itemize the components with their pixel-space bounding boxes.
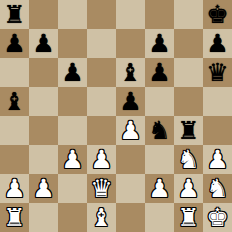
black-rook-icon: ♜ bbox=[174, 116, 203, 145]
white-pawn-icon: ♟ bbox=[0, 174, 29, 203]
white-pawn-icon: ♟ bbox=[145, 174, 174, 203]
square-d8[interactable] bbox=[87, 0, 116, 29]
white-pawn-icon: ♟ bbox=[174, 174, 203, 203]
square-c1[interactable] bbox=[58, 203, 87, 232]
white-pawn-icon: ♟ bbox=[203, 145, 232, 174]
square-f3[interactable] bbox=[145, 145, 174, 174]
square-a5[interactable]: ♝ bbox=[0, 87, 29, 116]
square-a1[interactable]: ♜ bbox=[0, 203, 29, 232]
black-rook-icon: ♜ bbox=[0, 0, 29, 29]
square-f7[interactable]: ♟ bbox=[145, 29, 174, 58]
square-e4[interactable]: ♟ bbox=[116, 116, 145, 145]
square-f1[interactable] bbox=[145, 203, 174, 232]
square-d3[interactable]: ♟ bbox=[87, 145, 116, 174]
square-f2[interactable]: ♟ bbox=[145, 174, 174, 203]
square-h6[interactable]: ♛ bbox=[203, 58, 232, 87]
square-c3[interactable]: ♟ bbox=[58, 145, 87, 174]
square-e2[interactable] bbox=[116, 174, 145, 203]
square-b8[interactable] bbox=[29, 0, 58, 29]
black-pawn-icon: ♟ bbox=[203, 29, 232, 58]
square-d2[interactable]: ♛ bbox=[87, 174, 116, 203]
square-b4[interactable] bbox=[29, 116, 58, 145]
white-king-icon: ♚ bbox=[203, 203, 232, 232]
square-b7[interactable]: ♟ bbox=[29, 29, 58, 58]
square-h8[interactable]: ♚ bbox=[203, 0, 232, 29]
square-c6[interactable]: ♟ bbox=[58, 58, 87, 87]
square-g2[interactable]: ♟ bbox=[174, 174, 203, 203]
square-g1[interactable]: ♜ bbox=[174, 203, 203, 232]
black-pawn-icon: ♟ bbox=[116, 87, 145, 116]
square-b6[interactable] bbox=[29, 58, 58, 87]
white-knight-icon: ♞ bbox=[174, 145, 203, 174]
black-knight-icon: ♞ bbox=[145, 116, 174, 145]
black-king-icon: ♚ bbox=[203, 0, 232, 29]
white-rook-icon: ♜ bbox=[174, 203, 203, 232]
square-d4[interactable] bbox=[87, 116, 116, 145]
black-pawn-icon: ♟ bbox=[145, 58, 174, 87]
square-a6[interactable] bbox=[0, 58, 29, 87]
square-d6[interactable] bbox=[87, 58, 116, 87]
chess-board: ♜♚♟♟♟♟♟♝♟♛♝♟♟♞♜♟♟♞♟♟♟♛♟♟♞♜♝♜♚ bbox=[0, 0, 232, 232]
square-d1[interactable]: ♝ bbox=[87, 203, 116, 232]
white-pawn-icon: ♟ bbox=[116, 116, 145, 145]
square-c7[interactable] bbox=[58, 29, 87, 58]
square-g6[interactable] bbox=[174, 58, 203, 87]
square-a8[interactable]: ♜ bbox=[0, 0, 29, 29]
square-e8[interactable] bbox=[116, 0, 145, 29]
square-c5[interactable] bbox=[58, 87, 87, 116]
white-queen-icon: ♛ bbox=[87, 174, 116, 203]
square-c8[interactable] bbox=[58, 0, 87, 29]
black-pawn-icon: ♟ bbox=[145, 29, 174, 58]
square-b2[interactable]: ♟ bbox=[29, 174, 58, 203]
square-h3[interactable]: ♟ bbox=[203, 145, 232, 174]
white-bishop-icon: ♝ bbox=[87, 203, 116, 232]
black-pawn-icon: ♟ bbox=[58, 58, 87, 87]
square-a3[interactable] bbox=[0, 145, 29, 174]
square-e7[interactable] bbox=[116, 29, 145, 58]
square-g3[interactable]: ♞ bbox=[174, 145, 203, 174]
square-d5[interactable] bbox=[87, 87, 116, 116]
square-g5[interactable] bbox=[174, 87, 203, 116]
square-e3[interactable] bbox=[116, 145, 145, 174]
square-a2[interactable]: ♟ bbox=[0, 174, 29, 203]
square-c2[interactable] bbox=[58, 174, 87, 203]
square-h1[interactable]: ♚ bbox=[203, 203, 232, 232]
square-b1[interactable] bbox=[29, 203, 58, 232]
square-b5[interactable] bbox=[29, 87, 58, 116]
square-d7[interactable] bbox=[87, 29, 116, 58]
square-e5[interactable]: ♟ bbox=[116, 87, 145, 116]
black-pawn-icon: ♟ bbox=[0, 29, 29, 58]
black-bishop-icon: ♝ bbox=[116, 58, 145, 87]
white-pawn-icon: ♟ bbox=[87, 145, 116, 174]
white-pawn-icon: ♟ bbox=[29, 174, 58, 203]
square-f5[interactable] bbox=[145, 87, 174, 116]
square-f8[interactable] bbox=[145, 0, 174, 29]
square-f6[interactable]: ♟ bbox=[145, 58, 174, 87]
square-a4[interactable] bbox=[0, 116, 29, 145]
white-pawn-icon: ♟ bbox=[58, 145, 87, 174]
white-knight-icon: ♞ bbox=[203, 174, 232, 203]
square-g8[interactable] bbox=[174, 0, 203, 29]
square-e1[interactable] bbox=[116, 203, 145, 232]
black-pawn-icon: ♟ bbox=[29, 29, 58, 58]
square-b3[interactable] bbox=[29, 145, 58, 174]
square-g7[interactable] bbox=[174, 29, 203, 58]
square-h4[interactable] bbox=[203, 116, 232, 145]
square-e6[interactable]: ♝ bbox=[116, 58, 145, 87]
square-a7[interactable]: ♟ bbox=[0, 29, 29, 58]
square-h2[interactable]: ♞ bbox=[203, 174, 232, 203]
square-h7[interactable]: ♟ bbox=[203, 29, 232, 58]
black-queen-icon: ♛ bbox=[203, 58, 232, 87]
square-g4[interactable]: ♜ bbox=[174, 116, 203, 145]
black-bishop-icon: ♝ bbox=[0, 87, 29, 116]
square-c4[interactable] bbox=[58, 116, 87, 145]
square-h5[interactable] bbox=[203, 87, 232, 116]
square-f4[interactable]: ♞ bbox=[145, 116, 174, 145]
white-rook-icon: ♜ bbox=[0, 203, 29, 232]
